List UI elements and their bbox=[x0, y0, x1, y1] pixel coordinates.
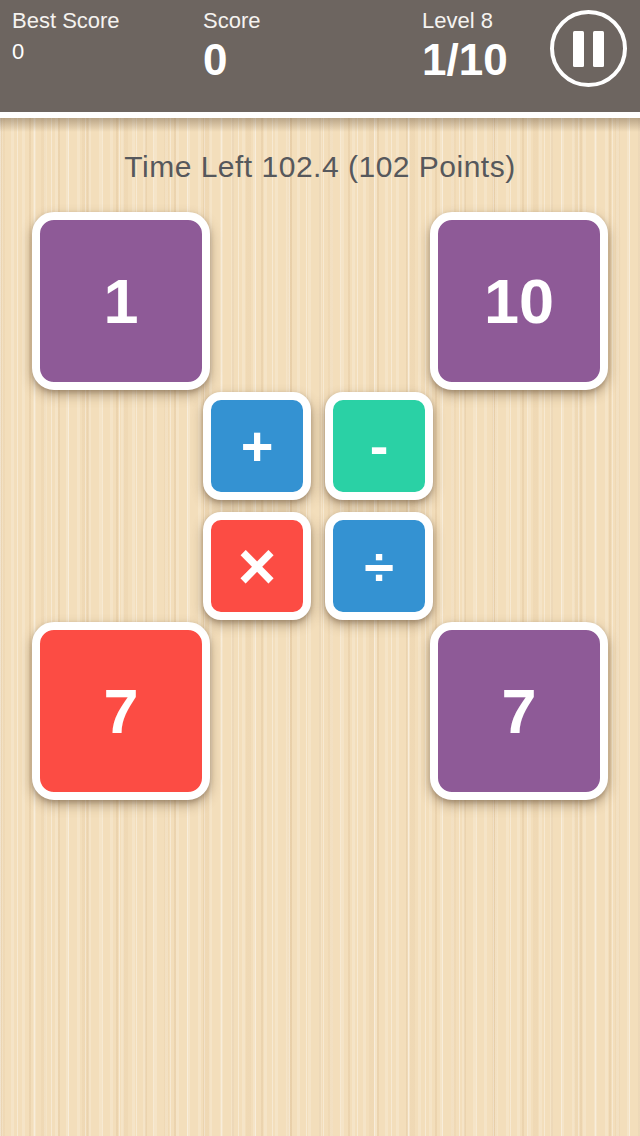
best-score-block: Best Score 0 bbox=[12, 8, 120, 63]
game-board: Time Left 102.4 (102 Points) 1 10 7 7 + … bbox=[0, 118, 640, 1136]
score-value: 0 bbox=[203, 37, 260, 83]
board-top-shadow bbox=[0, 118, 640, 132]
level-label: Level 8 bbox=[422, 8, 508, 34]
best-score-value: 0 bbox=[12, 40, 120, 63]
number-tile-1-label: 1 bbox=[103, 270, 138, 333]
top-bar: Best Score 0 Score 0 Level 8 1/10 bbox=[0, 0, 640, 112]
number-tile-7-purple[interactable]: 7 bbox=[430, 622, 608, 800]
header-separator bbox=[0, 112, 640, 118]
operator-tile-plus[interactable]: + bbox=[203, 392, 311, 500]
score-label: Score bbox=[203, 8, 260, 34]
number-tile-7-purple-label: 7 bbox=[501, 680, 536, 743]
app-screen: Best Score 0 Score 0 Level 8 1/10 Time L… bbox=[0, 0, 640, 1136]
plus-icon: + bbox=[241, 418, 274, 474]
level-block: Level 8 1/10 bbox=[422, 8, 508, 83]
number-tile-10[interactable]: 10 bbox=[430, 212, 608, 390]
minus-icon: - bbox=[370, 418, 389, 474]
number-tile-7-red-label: 7 bbox=[103, 680, 138, 743]
score-block: Score 0 bbox=[203, 8, 260, 83]
operator-tile-divide[interactable]: ÷ bbox=[325, 512, 433, 620]
level-progress: 1/10 bbox=[422, 37, 508, 83]
best-score-label: Best Score bbox=[12, 8, 120, 34]
number-tile-1[interactable]: 1 bbox=[32, 212, 210, 390]
number-tile-10-label: 10 bbox=[484, 270, 554, 333]
multiply-icon: × bbox=[238, 533, 277, 599]
pause-icon bbox=[573, 31, 604, 67]
number-tile-7-red[interactable]: 7 bbox=[32, 622, 210, 800]
pause-button[interactable] bbox=[550, 10, 627, 87]
operator-tile-minus[interactable]: - bbox=[325, 392, 433, 500]
operator-tile-multiply[interactable]: × bbox=[203, 512, 311, 620]
time-left-text: Time Left 102.4 (102 Points) bbox=[0, 150, 640, 184]
divide-icon: ÷ bbox=[364, 539, 394, 593]
